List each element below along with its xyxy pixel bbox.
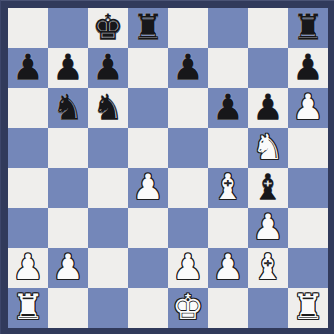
square-e7[interactable]: ♟ xyxy=(168,48,208,88)
board-frame: ♚♜♜♟♟♟♟♟♞♞♟♟♟♞♟♝♝♟♟♟♟♟♝♜♚♜ xyxy=(0,0,334,334)
square-a4[interactable] xyxy=(8,168,48,208)
square-f1[interactable] xyxy=(208,288,248,328)
square-g1[interactable] xyxy=(248,288,288,328)
square-b7[interactable]: ♟ xyxy=(48,48,88,88)
square-d5[interactable] xyxy=(128,128,168,168)
square-g3[interactable]: ♟ xyxy=(248,208,288,248)
square-h1[interactable]: ♜ xyxy=(288,288,328,328)
square-a6[interactable] xyxy=(8,88,48,128)
square-d2[interactable] xyxy=(128,248,168,288)
square-b2[interactable]: ♟ xyxy=(48,248,88,288)
square-a8[interactable] xyxy=(8,8,48,48)
piece-black-pawn[interactable]: ♟ xyxy=(292,48,323,87)
square-b3[interactable] xyxy=(48,208,88,248)
square-a2[interactable]: ♟ xyxy=(8,248,48,288)
square-d7[interactable] xyxy=(128,48,168,88)
square-g2[interactable]: ♝ xyxy=(248,248,288,288)
square-e5[interactable] xyxy=(168,128,208,168)
square-f8[interactable] xyxy=(208,8,248,48)
square-h6[interactable]: ♟ xyxy=(288,88,328,128)
square-b4[interactable] xyxy=(48,168,88,208)
chess-board: ♚♜♜♟♟♟♟♟♞♞♟♟♟♞♟♝♝♟♟♟♟♟♝♜♚♜ xyxy=(8,8,328,328)
square-g5[interactable]: ♞ xyxy=(248,128,288,168)
square-f4[interactable]: ♝ xyxy=(208,168,248,208)
square-e3[interactable] xyxy=(168,208,208,248)
square-f3[interactable] xyxy=(208,208,248,248)
square-c6[interactable]: ♞ xyxy=(88,88,128,128)
piece-white-rook[interactable]: ♜ xyxy=(12,288,43,327)
square-c3[interactable] xyxy=(88,208,128,248)
square-e1[interactable]: ♚ xyxy=(168,288,208,328)
piece-white-pawn[interactable]: ♟ xyxy=(52,248,83,287)
piece-white-pawn[interactable]: ♟ xyxy=(172,248,203,287)
piece-black-pawn[interactable]: ♟ xyxy=(252,88,283,127)
square-f5[interactable] xyxy=(208,128,248,168)
square-c1[interactable] xyxy=(88,288,128,328)
square-h2[interactable] xyxy=(288,248,328,288)
square-f6[interactable]: ♟ xyxy=(208,88,248,128)
square-g6[interactable]: ♟ xyxy=(248,88,288,128)
piece-white-pawn[interactable]: ♟ xyxy=(132,168,163,207)
square-d8[interactable]: ♜ xyxy=(128,8,168,48)
square-h8[interactable]: ♜ xyxy=(288,8,328,48)
square-b8[interactable] xyxy=(48,8,88,48)
square-h5[interactable] xyxy=(288,128,328,168)
piece-white-pawn[interactable]: ♟ xyxy=(212,248,243,287)
square-c5[interactable] xyxy=(88,128,128,168)
piece-black-pawn[interactable]: ♟ xyxy=(12,48,43,87)
square-e8[interactable] xyxy=(168,8,208,48)
piece-white-pawn[interactable]: ♟ xyxy=(12,248,43,287)
piece-white-pawn[interactable]: ♟ xyxy=(292,88,323,127)
square-g7[interactable] xyxy=(248,48,288,88)
square-b1[interactable] xyxy=(48,288,88,328)
piece-black-bishop[interactable]: ♝ xyxy=(252,168,283,207)
piece-black-pawn[interactable]: ♟ xyxy=(212,88,243,127)
square-g4[interactable]: ♝ xyxy=(248,168,288,208)
square-e2[interactable]: ♟ xyxy=(168,248,208,288)
piece-white-pawn[interactable]: ♟ xyxy=(252,208,283,247)
piece-white-bishop[interactable]: ♝ xyxy=(252,248,283,287)
square-a7[interactable]: ♟ xyxy=(8,48,48,88)
piece-black-pawn[interactable]: ♟ xyxy=(52,48,83,87)
square-c7[interactable]: ♟ xyxy=(88,48,128,88)
square-c8[interactable]: ♚ xyxy=(88,8,128,48)
square-a5[interactable] xyxy=(8,128,48,168)
square-f2[interactable]: ♟ xyxy=(208,248,248,288)
square-d4[interactable]: ♟ xyxy=(128,168,168,208)
piece-black-rook[interactable]: ♜ xyxy=(292,8,323,47)
square-g8[interactable] xyxy=(248,8,288,48)
square-h4[interactable] xyxy=(288,168,328,208)
square-h3[interactable] xyxy=(288,208,328,248)
square-c2[interactable] xyxy=(88,248,128,288)
piece-white-king[interactable]: ♚ xyxy=(172,288,203,327)
square-b6[interactable]: ♞ xyxy=(48,88,88,128)
piece-black-knight[interactable]: ♞ xyxy=(52,88,83,127)
square-a1[interactable]: ♜ xyxy=(8,288,48,328)
piece-white-rook[interactable]: ♜ xyxy=(292,288,323,327)
square-h7[interactable]: ♟ xyxy=(288,48,328,88)
piece-white-bishop[interactable]: ♝ xyxy=(212,168,243,207)
square-d1[interactable] xyxy=(128,288,168,328)
square-d6[interactable] xyxy=(128,88,168,128)
piece-black-pawn[interactable]: ♟ xyxy=(172,48,203,87)
square-f7[interactable] xyxy=(208,48,248,88)
square-d3[interactable] xyxy=(128,208,168,248)
piece-white-knight[interactable]: ♞ xyxy=(252,128,283,167)
piece-black-king[interactable]: ♚ xyxy=(92,8,123,47)
piece-black-rook[interactable]: ♜ xyxy=(132,8,163,47)
piece-black-pawn[interactable]: ♟ xyxy=(92,48,123,87)
square-e4[interactable] xyxy=(168,168,208,208)
piece-black-knight[interactable]: ♞ xyxy=(92,88,123,127)
square-c4[interactable] xyxy=(88,168,128,208)
square-b5[interactable] xyxy=(48,128,88,168)
square-a3[interactable] xyxy=(8,208,48,248)
square-e6[interactable] xyxy=(168,88,208,128)
